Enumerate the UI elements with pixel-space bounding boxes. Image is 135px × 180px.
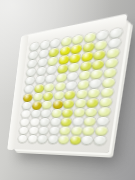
well-r11-c7 [82, 127, 95, 136]
well-r10-c8 [96, 117, 109, 126]
well-r9-c6 [73, 108, 85, 117]
well-r8-c7 [86, 98, 99, 107]
well-cell [98, 97, 112, 107]
well-cell [93, 136, 107, 146]
well-grid [18, 27, 124, 145]
well-r7-c5 [64, 91, 76, 100]
well-r10-c5 [61, 118, 73, 126]
well-r9-c8 [97, 107, 110, 116]
well-r8-c8 [99, 98, 112, 107]
well-r11-c5 [59, 127, 70, 135]
well-r10-c7 [84, 117, 97, 126]
well-cell [97, 107, 111, 117]
well-r11-c8 [95, 127, 108, 136]
microplate [13, 20, 129, 153]
photo-background [0, 0, 135, 180]
well-r11-c4 [49, 127, 60, 135]
well-r7-c8 [100, 88, 113, 98]
well-r12-c4 [48, 136, 59, 144]
well-cell [94, 126, 108, 136]
well-r9-c4 [51, 109, 62, 117]
well-r8-c5 [63, 100, 75, 109]
well-r11-c6 [71, 127, 83, 135]
well-r8-c6 [74, 99, 86, 108]
well-r12-c6 [69, 136, 81, 145]
well-r12-c8 [93, 136, 106, 145]
well-r10-c6 [72, 118, 84, 127]
well-r7-c6 [76, 90, 88, 99]
well-cell [95, 117, 109, 127]
well-r7-c7 [88, 89, 101, 98]
well-r9-c7 [85, 108, 98, 117]
well-r12-c7 [81, 136, 93, 145]
well-r9-c5 [62, 109, 74, 118]
well-r12-c5 [58, 136, 69, 144]
well-r10-c4 [50, 118, 61, 126]
